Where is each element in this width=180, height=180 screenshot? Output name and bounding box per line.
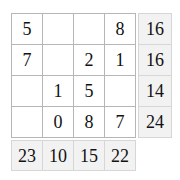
cell-r3c2[interactable]: 1 — [43, 76, 73, 106]
cell-r1c3[interactable] — [74, 14, 104, 44]
cell-r3c4[interactable] — [105, 76, 135, 106]
row-sum-1: 16 — [139, 14, 171, 44]
cell-r4c4[interactable]: 7 — [105, 107, 135, 137]
cell-r2c1[interactable]: 7 — [12, 45, 42, 75]
cell-r4c1[interactable] — [12, 107, 42, 137]
cell-r4c3[interactable]: 8 — [74, 107, 104, 137]
puzzle-board: 5 8 7 2 1 1 5 0 8 7 16 16 14 24 23 10 15… — [0, 0, 180, 180]
cell-r2c2[interactable] — [43, 45, 73, 75]
cell-r3c1[interactable] — [12, 76, 42, 106]
col-sum-1: 23 — [12, 141, 42, 170]
row-sum-4: 24 — [139, 107, 171, 137]
cell-r1c4[interactable]: 8 — [105, 14, 135, 44]
cell-r2c3[interactable]: 2 — [74, 45, 104, 75]
col-sums-row: 23 10 15 22 — [11, 140, 136, 171]
cell-r1c2[interactable] — [43, 14, 73, 44]
cell-r3c3[interactable]: 5 — [74, 76, 104, 106]
col-sum-3: 15 — [74, 141, 104, 170]
row-sum-2: 16 — [139, 45, 171, 75]
cell-r4c2[interactable]: 0 — [43, 107, 73, 137]
cell-r1c1[interactable]: 5 — [12, 14, 42, 44]
cell-r2c4[interactable]: 1 — [105, 45, 135, 75]
row-sums-column: 16 16 14 24 — [138, 13, 172, 138]
col-sum-4: 22 — [105, 141, 135, 170]
main-grid: 5 8 7 2 1 1 5 0 8 7 — [11, 13, 136, 138]
col-sum-2: 10 — [43, 141, 73, 170]
row-sum-3: 14 — [139, 76, 171, 106]
